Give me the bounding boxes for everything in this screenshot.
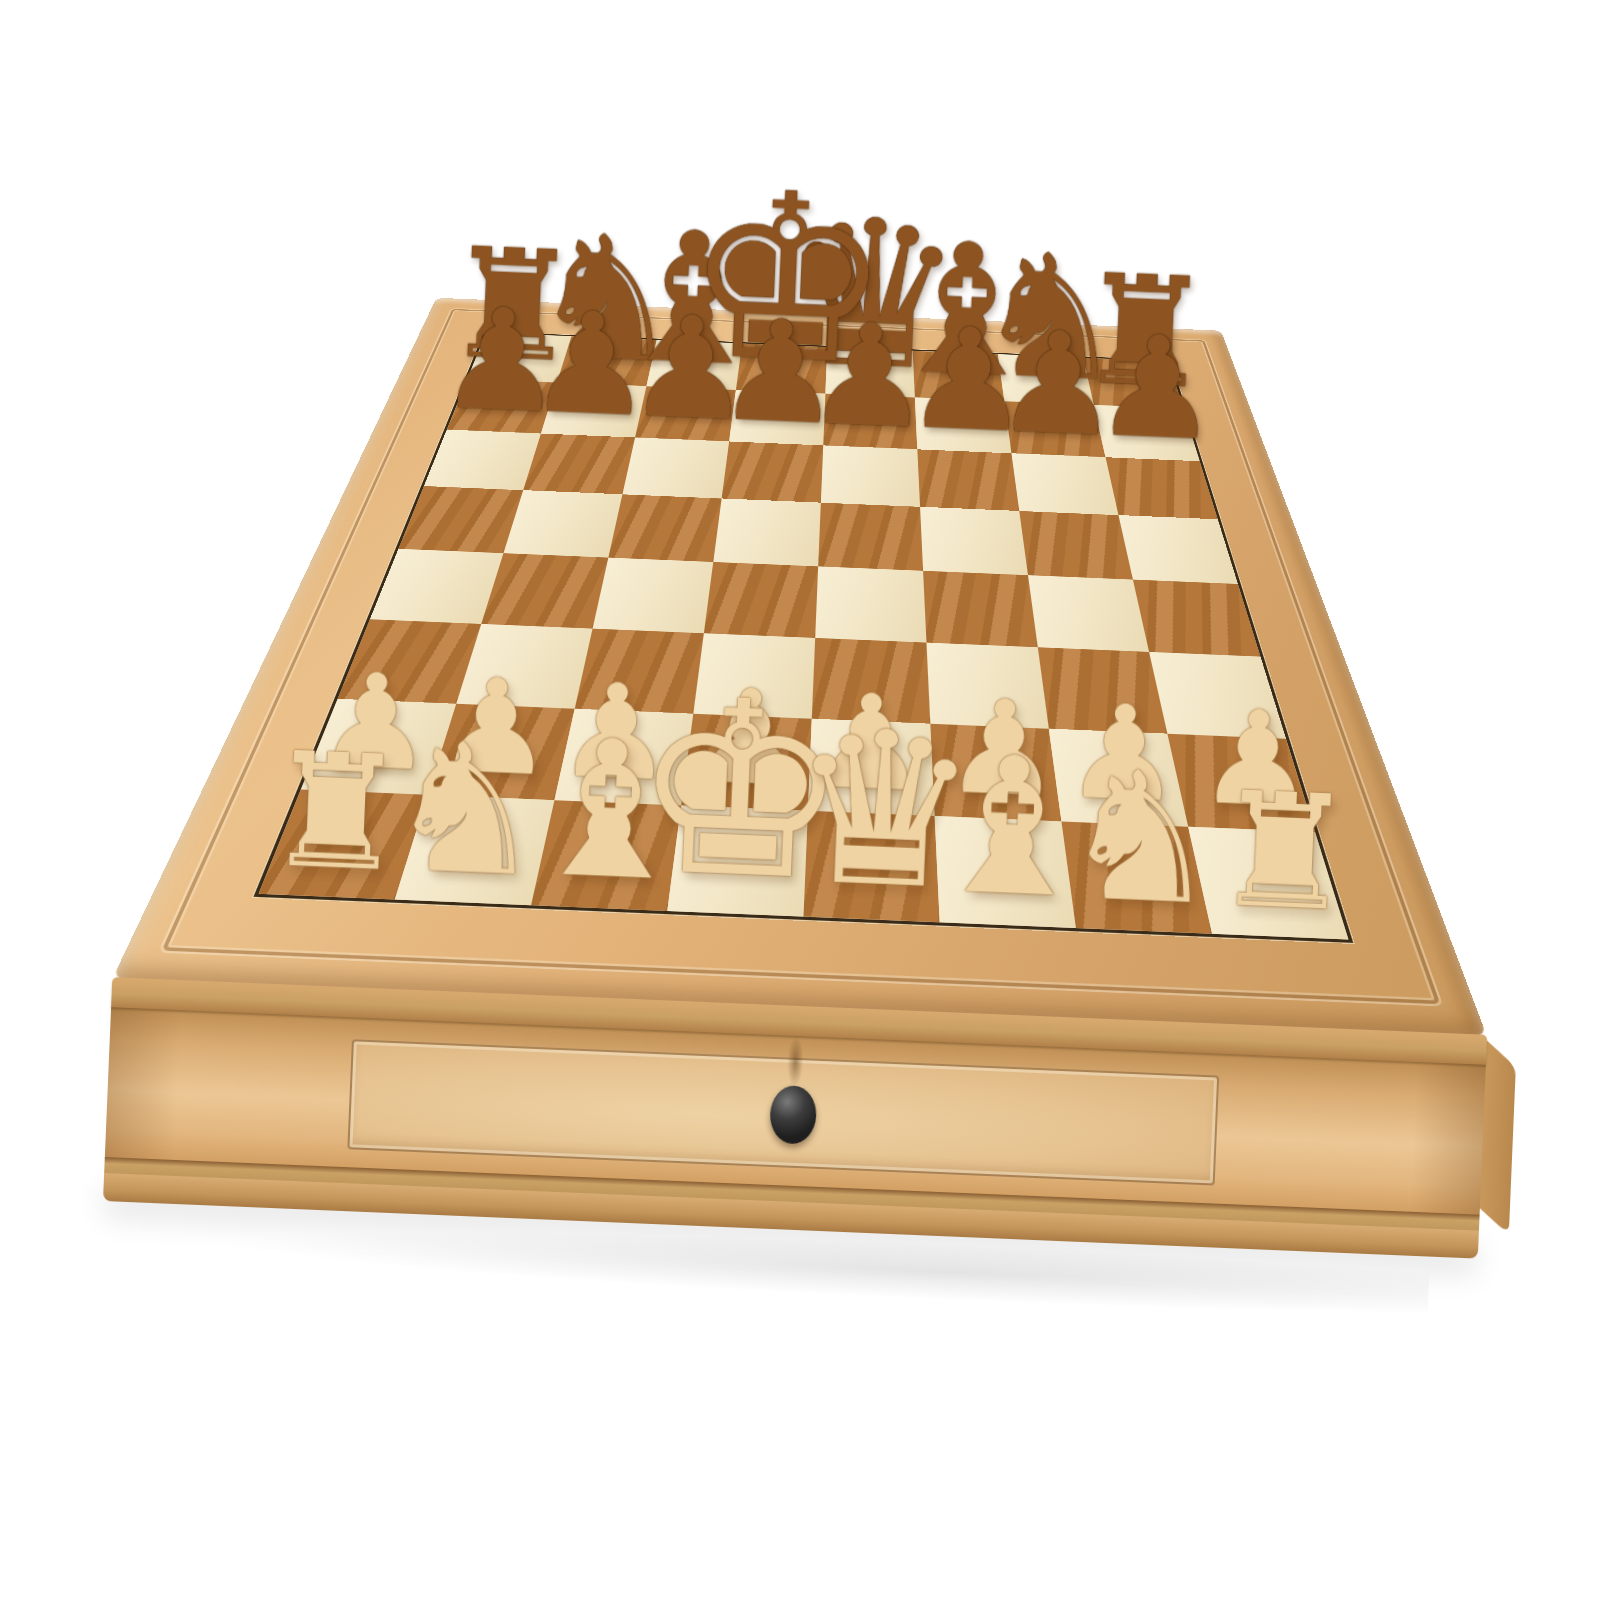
product-photo-stage: ♜♞♝♚♛♝♞♜♟♟♟♟♟♟♟♟♟♟♟♟♟♟♟♟♜♞♝♚♛♝♞♜: [0, 0, 1600, 1600]
square-c5: [608, 494, 721, 562]
square-d6: [722, 441, 824, 502]
square-c6: [622, 438, 729, 499]
square-h5: [1118, 515, 1237, 584]
piece-light-knight: ♞: [382, 721, 549, 897]
square-b4: [481, 553, 608, 628]
drawer-knob: [769, 1085, 817, 1145]
storage-drawer-front: [347, 1039, 1219, 1185]
board-grid: ♜♞♝♚♛♝♞♜♟♟♟♟♟♟♟♟♟♟♟♟♟♟♟♟♜♞♝♚♛♝♞♜: [259, 333, 1349, 940]
square-e5: [818, 503, 923, 571]
tilted-assembly: ♜♞♝♚♛♝♞♜♟♟♟♟♟♟♟♟♟♟♟♟♟♟♟♟♜♞♝♚♛♝♞♜: [0, 0, 1600, 1600]
board-3d-scene: ♜♞♝♚♛♝♞♜♟♟♟♟♟♟♟♟♟♟♟♟♟♟♟♟♜♞♝♚♛♝♞♜: [298, 46, 1339, 1087]
board-playing-area: ♜♞♝♚♛♝♞♜♟♟♟♟♟♟♟♟♟♟♟♟♟♟♟♟♜♞♝♚♛♝♞♜: [253, 331, 1353, 943]
square-h7: ♟: [1094, 405, 1200, 461]
square-f6: [917, 449, 1019, 511]
square-g7: ♟: [1004, 401, 1105, 457]
square-g1: ♞: [1061, 821, 1212, 933]
square-e1: ♛: [803, 811, 939, 922]
square-f4: [923, 571, 1038, 647]
piece-light-queen: ♛: [783, 706, 982, 915]
piece-light-rook: ♜: [1210, 776, 1358, 932]
square-e6: [821, 445, 920, 506]
piece-light-knight: ♞: [1057, 750, 1224, 926]
square-b5: [503, 490, 622, 557]
square-f5: [920, 507, 1028, 575]
square-e4: [815, 566, 926, 642]
square-g5: [1019, 511, 1133, 580]
square-a5: [399, 486, 524, 553]
square-g4: [1028, 575, 1149, 652]
square-g6: [1011, 453, 1118, 515]
square-h4: [1133, 580, 1260, 657]
square-d5: [713, 498, 821, 566]
square-d4: [704, 562, 818, 638]
square-b1: ♞: [395, 795, 555, 905]
piece-dark-pawn: ♟: [1091, 319, 1222, 457]
square-b6: [523, 434, 635, 495]
square-h6: [1106, 457, 1218, 519]
square-a4: [370, 549, 503, 624]
board-frame: ♜♞♝♚♛♝♞♜♟♟♟♟♟♟♟♟♟♟♟♟♟♟♟♟♜♞♝♚♛♝♞♜: [112, 298, 1487, 1037]
square-a6: [424, 430, 541, 490]
square-c4: [593, 558, 714, 634]
